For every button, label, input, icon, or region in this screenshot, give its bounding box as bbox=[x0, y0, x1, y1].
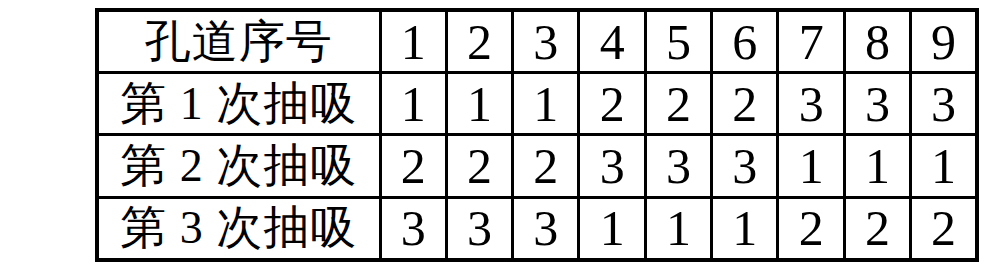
suction-sequence-table: 孔道序号123456789第 1 次抽吸111222333第 2 次抽吸2223… bbox=[95, 8, 979, 262]
value-cell: 3 bbox=[513, 197, 579, 260]
value-cell: 1 bbox=[645, 197, 711, 260]
table-row: 第 3 次抽吸333111222 bbox=[97, 197, 977, 260]
header-row: 孔道序号123456789 bbox=[97, 10, 977, 73]
channel-number-cell: 5 bbox=[645, 10, 711, 73]
value-cell: 2 bbox=[446, 135, 512, 197]
channel-number-cell: 9 bbox=[911, 10, 977, 73]
value-cell: 3 bbox=[579, 135, 645, 197]
table-row: 第 2 次抽吸222333111 bbox=[97, 135, 977, 197]
row-label-cell: 第 2 次抽吸 bbox=[97, 135, 380, 197]
value-cell: 3 bbox=[446, 197, 512, 260]
channel-number-cell: 7 bbox=[778, 10, 844, 73]
value-cell: 3 bbox=[380, 197, 446, 260]
page: 孔道序号123456789第 1 次抽吸111222333第 2 次抽吸2223… bbox=[0, 0, 1000, 269]
channel-number-cell: 8 bbox=[844, 10, 910, 73]
value-cell: 1 bbox=[446, 73, 512, 135]
channel-number-cell: 6 bbox=[712, 10, 778, 73]
value-cell: 3 bbox=[911, 73, 977, 135]
value-cell: 2 bbox=[645, 73, 711, 135]
value-cell: 1 bbox=[513, 73, 579, 135]
channel-number-cell: 2 bbox=[446, 10, 512, 73]
channel-number-cell: 4 bbox=[579, 10, 645, 73]
header-label-cell: 孔道序号 bbox=[97, 10, 380, 73]
value-cell: 2 bbox=[911, 197, 977, 260]
value-cell: 1 bbox=[911, 135, 977, 197]
value-cell: 2 bbox=[579, 73, 645, 135]
value-cell: 3 bbox=[712, 135, 778, 197]
row-label-cell: 第 1 次抽吸 bbox=[97, 73, 380, 135]
value-cell: 2 bbox=[778, 197, 844, 260]
value-cell: 3 bbox=[844, 73, 910, 135]
value-cell: 1 bbox=[844, 135, 910, 197]
channel-number-cell: 1 bbox=[380, 10, 446, 73]
value-cell: 1 bbox=[380, 73, 446, 135]
value-cell: 1 bbox=[579, 197, 645, 260]
row-label-cell: 第 3 次抽吸 bbox=[97, 197, 380, 260]
table-row: 第 1 次抽吸111222333 bbox=[97, 73, 977, 135]
value-cell: 1 bbox=[712, 197, 778, 260]
value-cell: 1 bbox=[778, 135, 844, 197]
channel-number-cell: 3 bbox=[513, 10, 579, 73]
value-cell: 2 bbox=[513, 135, 579, 197]
value-cell: 2 bbox=[712, 73, 778, 135]
value-cell: 3 bbox=[645, 135, 711, 197]
value-cell: 3 bbox=[778, 73, 844, 135]
value-cell: 2 bbox=[844, 197, 910, 260]
value-cell: 2 bbox=[380, 135, 446, 197]
